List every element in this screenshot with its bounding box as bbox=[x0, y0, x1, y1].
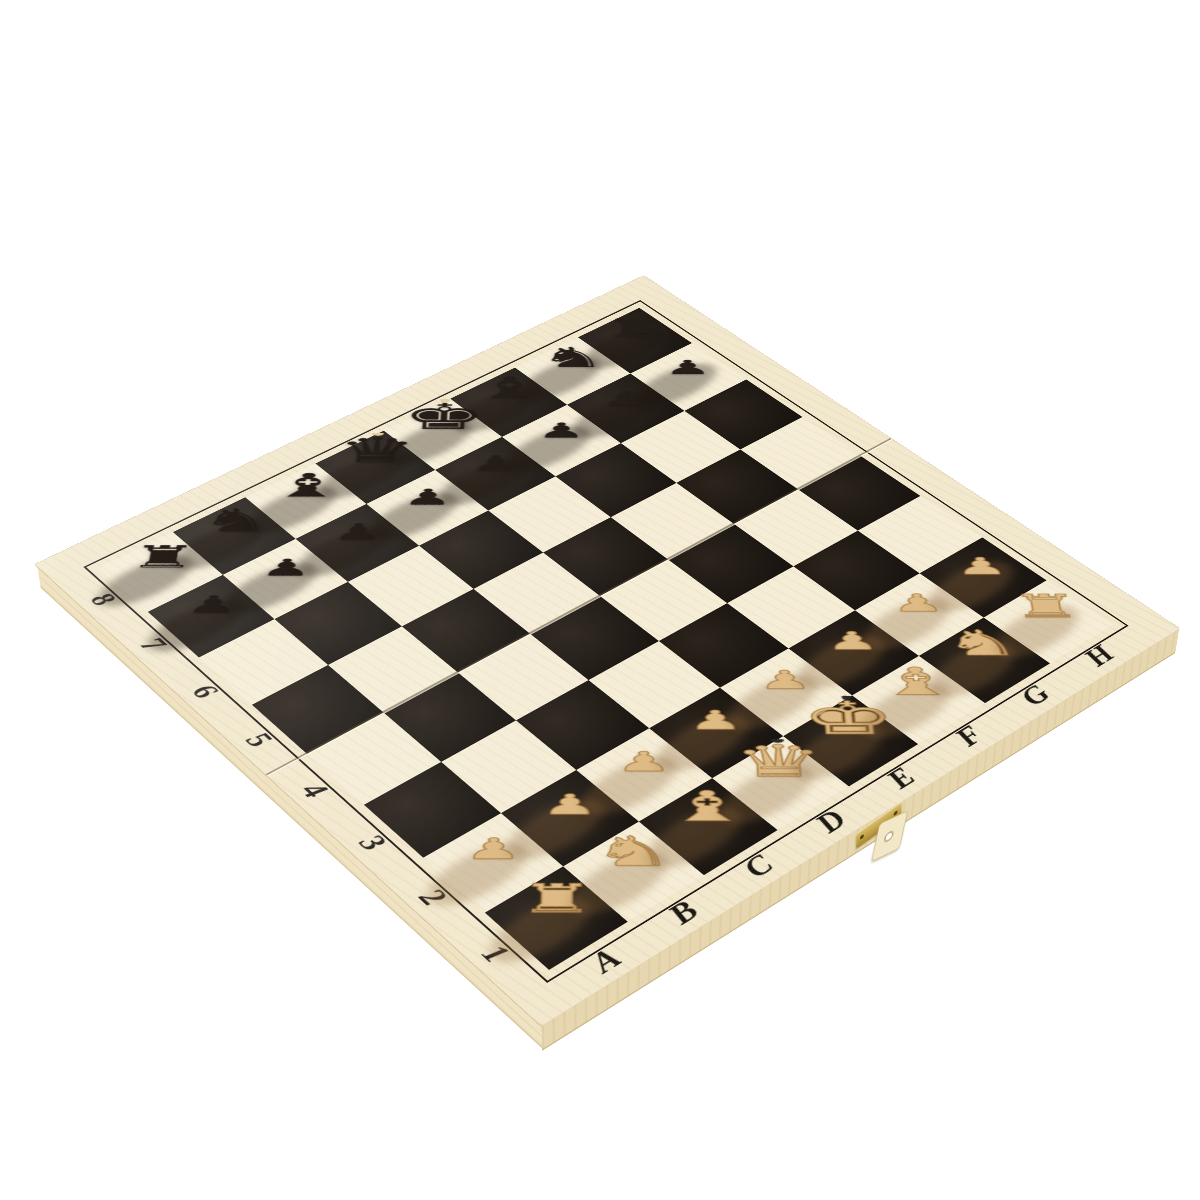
black-pawn-glyph: ♟ bbox=[624, 358, 752, 378]
white-knight-glyph: ♞ bbox=[908, 626, 1056, 661]
white-knight-glyph: ♞ bbox=[556, 831, 711, 872]
black-rook-glyph: ♜ bbox=[572, 316, 698, 341]
black-knight-glyph: ♞ bbox=[166, 505, 307, 537]
black-queen-glyph: ♛ bbox=[309, 433, 444, 467]
piece-shadow bbox=[569, 746, 691, 825]
white-pawn-glyph: ♟ bbox=[569, 748, 719, 775]
queen-finial-icon bbox=[373, 431, 385, 435]
white-pawn-glyph: ♟ bbox=[642, 707, 790, 733]
white-queen-glyph: ♛ bbox=[704, 739, 856, 783]
king-finial-icon bbox=[841, 689, 851, 700]
black-rook-glyph: ♜ bbox=[91, 542, 234, 572]
piece-shadow bbox=[915, 634, 1029, 706]
piece-shadow bbox=[414, 833, 541, 917]
black-pawn-glyph: ♟ bbox=[140, 592, 284, 616]
chess-board: 87654321 ABCDEFGH ♜♞♝♛♚♝♞♜♟♟♟♟♟♟♟♟♟♟♟♟♟♟… bbox=[35, 276, 1179, 1026]
piece-shadow bbox=[783, 627, 898, 699]
black-pawn-glyph: ♟ bbox=[289, 520, 428, 543]
black-knight-glyph: ♞ bbox=[509, 344, 636, 372]
black-king-glyph: ♚ bbox=[377, 399, 509, 435]
piece-shadow bbox=[847, 673, 963, 747]
piece-shadow bbox=[555, 841, 681, 926]
pieces-layer: ♜♞♝♛♚♝♞♜♟♟♟♟♟♟♟♟♟♟♟♟♟♟♟♟♜♞♝♛♚♝♞♜ bbox=[35, 276, 1179, 1026]
white-pawn-glyph: ♟ bbox=[911, 554, 1053, 577]
black-pawn-glyph: ♟ bbox=[496, 420, 627, 441]
piece-shadow bbox=[476, 887, 605, 974]
white-rook-glyph: ♜ bbox=[477, 879, 635, 918]
white-rook-glyph: ♜ bbox=[973, 591, 1119, 623]
piece-shadow bbox=[706, 754, 827, 833]
black-pawn-glyph: ♟ bbox=[216, 556, 357, 579]
black-bishop-glyph: ♝ bbox=[238, 469, 376, 501]
piece-shadow bbox=[632, 797, 756, 879]
piece-shadow bbox=[493, 789, 618, 870]
product-photo-scene: 87654321 ABCDEFGH ♜♞♝♛♚♝♞♜♟♟♟♟♟♟♟♟♟♟♟♟♟♟… bbox=[0, 0, 1200, 1200]
piece-shadow bbox=[714, 666, 831, 740]
piece-shadow bbox=[778, 713, 896, 790]
piece-shadow bbox=[642, 705, 761, 781]
white-pawn-glyph: ♟ bbox=[846, 591, 989, 615]
white-pawn-glyph: ♟ bbox=[780, 628, 925, 653]
white-bishop-glyph: ♝ bbox=[631, 785, 784, 827]
white-pawn-glyph: ♟ bbox=[712, 667, 858, 693]
black-pawn-glyph: ♟ bbox=[561, 388, 691, 408]
black-pawn-glyph: ♟ bbox=[429, 453, 563, 474]
queen-finial-icon bbox=[771, 737, 784, 743]
white-king-glyph: ♚ bbox=[774, 696, 925, 741]
white-pawn-glyph: ♟ bbox=[416, 834, 571, 863]
white-pawn-glyph: ♟ bbox=[494, 790, 646, 818]
black-pawn-glyph: ♟ bbox=[360, 486, 496, 508]
king-finial-icon bbox=[441, 394, 450, 402]
white-bishop-glyph: ♝ bbox=[842, 662, 991, 700]
